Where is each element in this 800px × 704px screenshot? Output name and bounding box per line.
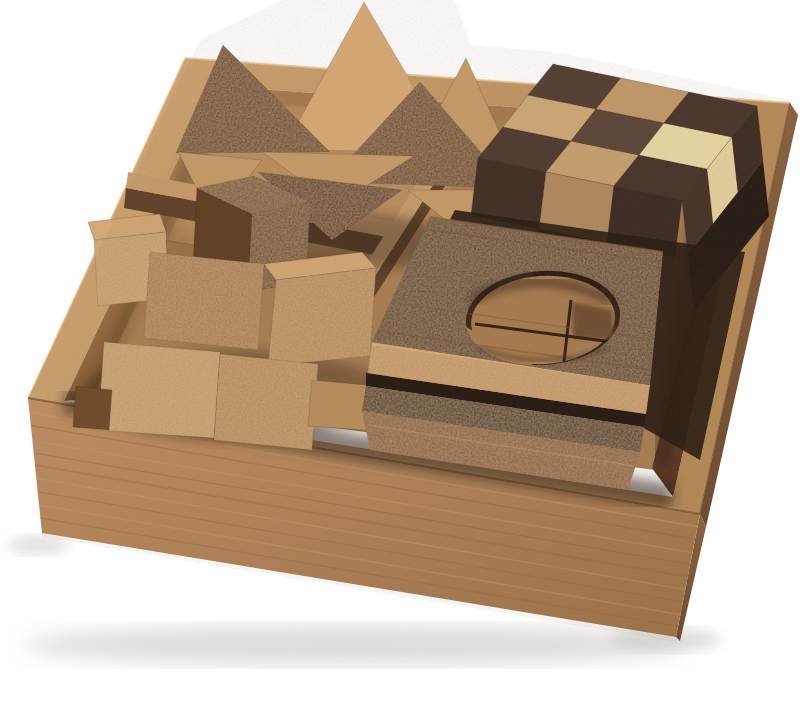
photo-frame xyxy=(0,0,800,704)
puzzle-box-photo xyxy=(0,0,800,704)
shadow-main xyxy=(25,625,685,665)
